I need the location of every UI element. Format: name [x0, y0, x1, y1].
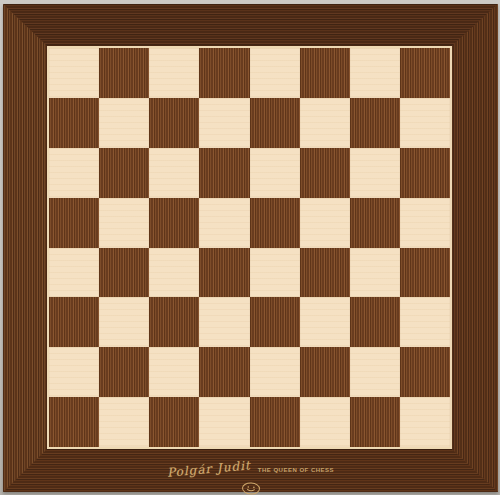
square-g1[interactable] [350, 397, 400, 447]
square-g8[interactable] [350, 48, 400, 98]
square-g7[interactable] [350, 98, 400, 148]
square-b5[interactable] [99, 198, 149, 248]
square-g4[interactable] [350, 248, 400, 298]
square-a2[interactable] [49, 347, 99, 397]
square-d3[interactable] [199, 297, 249, 347]
square-g2[interactable] [350, 347, 400, 397]
square-e2[interactable] [250, 347, 300, 397]
square-c3[interactable] [149, 297, 199, 347]
square-h3[interactable] [400, 297, 450, 347]
square-a7[interactable] [49, 98, 99, 148]
square-b4[interactable] [99, 248, 149, 298]
square-e8[interactable] [250, 48, 300, 98]
square-g5[interactable] [350, 198, 400, 248]
square-d8[interactable] [199, 48, 249, 98]
square-b1[interactable] [99, 397, 149, 447]
square-e5[interactable] [250, 198, 300, 248]
square-a5[interactable] [49, 198, 99, 248]
square-e7[interactable] [250, 98, 300, 148]
square-h2[interactable] [400, 347, 450, 397]
square-g3[interactable] [350, 297, 400, 347]
square-e6[interactable] [250, 148, 300, 198]
square-a4[interactable] [49, 248, 99, 298]
square-h5[interactable] [400, 198, 450, 248]
square-h1[interactable] [400, 397, 450, 447]
square-f8[interactable] [300, 48, 350, 98]
square-f4[interactable] [300, 248, 350, 298]
square-d7[interactable] [199, 98, 249, 148]
square-d1[interactable] [199, 397, 249, 447]
square-b3[interactable] [99, 297, 149, 347]
square-e1[interactable] [250, 397, 300, 447]
square-h4[interactable] [400, 248, 450, 298]
square-c6[interactable] [149, 148, 199, 198]
square-d5[interactable] [199, 198, 249, 248]
square-h8[interactable] [400, 48, 450, 98]
square-f6[interactable] [300, 148, 350, 198]
square-f5[interactable] [300, 198, 350, 248]
square-b8[interactable] [99, 48, 149, 98]
square-c7[interactable] [149, 98, 199, 148]
chess-board: Polgár Judit THE QUEEN OF CHESS [3, 4, 498, 492]
photo-background: Polgár Judit THE QUEEN OF CHESS [0, 0, 500, 495]
square-c5[interactable] [149, 198, 199, 248]
square-h6[interactable] [400, 148, 450, 198]
square-c1[interactable] [149, 397, 199, 447]
square-c4[interactable] [149, 248, 199, 298]
square-e3[interactable] [250, 297, 300, 347]
square-f1[interactable] [300, 397, 350, 447]
square-h7[interactable] [400, 98, 450, 148]
square-g6[interactable] [350, 148, 400, 198]
board-playing-field [47, 46, 452, 449]
square-e4[interactable] [250, 248, 300, 298]
square-a3[interactable] [49, 297, 99, 347]
square-d2[interactable] [199, 347, 249, 397]
square-d4[interactable] [199, 248, 249, 298]
square-c8[interactable] [149, 48, 199, 98]
square-f3[interactable] [300, 297, 350, 347]
square-b2[interactable] [99, 347, 149, 397]
square-b6[interactable] [99, 148, 149, 198]
square-f7[interactable] [300, 98, 350, 148]
square-f2[interactable] [300, 347, 350, 397]
square-b7[interactable] [99, 98, 149, 148]
square-c2[interactable] [149, 347, 199, 397]
square-a1[interactable] [49, 397, 99, 447]
square-a6[interactable] [49, 148, 99, 198]
square-d6[interactable] [199, 148, 249, 198]
square-a8[interactable] [49, 48, 99, 98]
